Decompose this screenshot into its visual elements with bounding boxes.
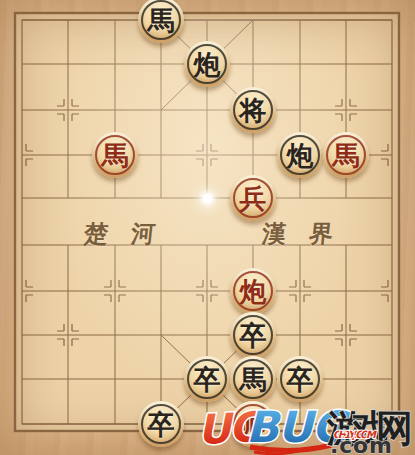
piece-red-soldier[interactable]: 兵 <box>230 175 276 221</box>
piece-glyph: 馬 <box>148 7 175 34</box>
piece-red-horse[interactable]: 馬 <box>323 132 369 178</box>
river-label-right: 漢界 <box>260 218 357 250</box>
piece-black-general[interactable]: 将 <box>230 87 276 133</box>
piece-black-cannon[interactable]: 炮 <box>277 132 323 178</box>
piece-glyph: 卒 <box>240 322 267 349</box>
piece-black-soldier[interactable]: 卒 <box>230 312 276 358</box>
piece-glyph: 卒 <box>148 411 175 438</box>
piece-black-soldier[interactable]: 卒 <box>184 356 230 402</box>
piece-glyph: 炮 <box>240 278 267 305</box>
piece-black-soldier[interactable]: 卒 <box>277 356 323 402</box>
ucbug-watermark: UC BUG 游戏网 CH1YJ.COM .com <box>196 398 415 455</box>
piece-glyph: 卒 <box>287 366 314 393</box>
last-move-marker <box>203 194 212 203</box>
piece-glyph: 兵 <box>240 185 267 212</box>
piece-glyph: 炮 <box>194 51 221 78</box>
piece-black-soldier[interactable]: 卒 <box>138 401 184 447</box>
piece-glyph: 馬 <box>102 142 129 169</box>
piece-glyph: 卒 <box>194 366 221 393</box>
piece-black-cannon[interactable]: 炮 <box>184 41 230 87</box>
piece-glyph: 炮 <box>287 142 314 169</box>
piece-red-cannon[interactable]: 炮 <box>230 268 276 314</box>
piece-glyph: 馬 <box>240 366 267 393</box>
piece-glyph: 将 <box>240 97 267 124</box>
watermark-com-text: .com <box>330 433 392 455</box>
river-label-left: 楚河 <box>82 218 179 250</box>
xiangqi-app-screen: 楚河 漢界 馬炮将馬炮馬兵炮卒卒馬卒卒帅 UC BUG 游戏网 CH1YJ.CO… <box>0 0 415 455</box>
piece-black-horse[interactable]: 馬 <box>230 356 276 402</box>
piece-red-horse[interactable]: 馬 <box>92 132 138 178</box>
piece-glyph: 馬 <box>333 142 360 169</box>
